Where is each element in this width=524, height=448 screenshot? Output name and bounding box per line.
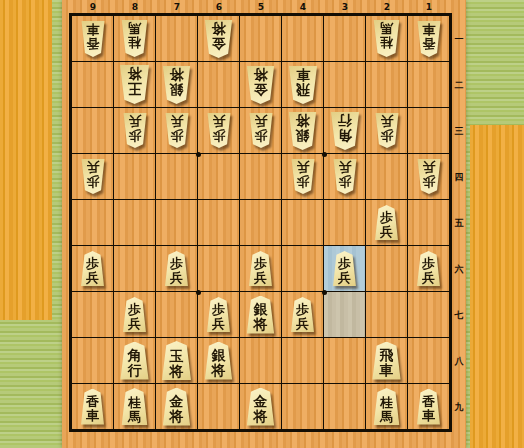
- piece-kanji-top: 金: [254, 394, 268, 409]
- piece-kanji-bottom: 将: [170, 67, 184, 82]
- piece-kanji-bottom: 将: [170, 364, 184, 379]
- piece-kanji-top: 香: [422, 395, 435, 409]
- square-3-5[interactable]: [324, 200, 365, 245]
- piece-kanji-top: 桂: [380, 35, 393, 49]
- square-9-9[interactable]: 香車: [72, 384, 113, 429]
- square-6-3[interactable]: 歩兵: [198, 108, 239, 153]
- square-1-1[interactable]: 香車: [408, 16, 449, 61]
- square-7-7[interactable]: [156, 292, 197, 337]
- piece-kanji-bottom: 兵: [86, 271, 99, 285]
- square-4-8[interactable]: [282, 338, 323, 383]
- square-5-4[interactable]: [240, 154, 281, 199]
- square-5-5[interactable]: [240, 200, 281, 245]
- piece-kanji-bottom: 馬: [128, 21, 141, 35]
- square-9-5[interactable]: [72, 200, 113, 245]
- rank-label-2: 二: [452, 62, 466, 108]
- rank-label-8: 八: [452, 338, 466, 384]
- square-2-5[interactable]: 歩兵: [366, 200, 407, 245]
- piece-gote-lance[interactable]: 香車: [416, 21, 442, 57]
- piece-sente-bishop[interactable]: 角行: [119, 342, 151, 380]
- square-5-2[interactable]: 金将: [240, 62, 281, 107]
- piece-kanji-top: 歩: [86, 257, 99, 271]
- hoshi-dot: [322, 290, 327, 295]
- piece-kanji-bottom: 将: [128, 66, 142, 81]
- piece-kanji-top: 玉: [170, 349, 184, 364]
- piece-kanji-top: 歩: [86, 174, 99, 188]
- piece-kanji-top: 歩: [254, 257, 267, 271]
- square-8-6[interactable]: [114, 246, 155, 291]
- piece-kanji-top: 桂: [128, 35, 141, 49]
- piece-kanji-top: 銀: [212, 348, 226, 363]
- rank-label-5: 五: [452, 200, 466, 246]
- square-7-1[interactable]: [156, 16, 197, 61]
- piece-kanji-bottom: 兵: [254, 114, 267, 128]
- square-7-3[interactable]: 歩兵: [156, 108, 197, 153]
- piece-kanji-bottom: 兵: [338, 160, 351, 174]
- square-8-5[interactable]: [114, 200, 155, 245]
- piece-gote-silver[interactable]: 銀将: [161, 66, 192, 104]
- square-5-8[interactable]: [240, 338, 281, 383]
- piece-kanji-top: 歩: [296, 303, 309, 317]
- piece-kanji-top: 歩: [338, 257, 351, 271]
- square-1-4[interactable]: 歩兵: [408, 154, 449, 199]
- rank-label-3: 三: [452, 108, 466, 154]
- square-1-9[interactable]: 香車: [408, 384, 449, 429]
- piece-kanji-bottom: 将: [254, 317, 268, 332]
- square-2-2[interactable]: [366, 62, 407, 107]
- square-2-6[interactable]: [366, 246, 407, 291]
- square-4-6[interactable]: [282, 246, 323, 291]
- square-3-8[interactable]: [324, 338, 365, 383]
- piece-sente-pawn[interactable]: 歩兵: [122, 297, 148, 332]
- square-1-7[interactable]: [408, 292, 449, 337]
- shogi-board-grid: 香車桂馬金将桂馬香車王将銀将金将飛車歩兵歩兵歩兵歩兵銀将角行歩兵歩兵歩兵歩兵歩兵…: [69, 13, 452, 432]
- piece-kanji-top: 金: [212, 36, 226, 51]
- piece-kanji-bottom: 馬: [380, 410, 393, 424]
- piece-kanji-top: 飛: [296, 82, 310, 97]
- piece-sente-rook[interactable]: 飛車: [371, 342, 403, 380]
- piece-kanji-bottom: 兵: [422, 160, 435, 174]
- square-6-4[interactable]: [198, 154, 239, 199]
- piece-sente-pawn[interactable]: 歩兵: [164, 251, 190, 286]
- piece-kanji-bottom: 行: [128, 363, 142, 378]
- piece-gote-pawn[interactable]: 歩兵: [164, 113, 190, 148]
- square-8-3[interactable]: 歩兵: [114, 108, 155, 153]
- piece-sente-pawn[interactable]: 歩兵: [248, 251, 274, 286]
- square-4-9[interactable]: [282, 384, 323, 429]
- square-3-1[interactable]: [324, 16, 365, 61]
- square-4-7[interactable]: 歩兵: [282, 292, 323, 337]
- piece-kanji-top: 歩: [212, 303, 225, 317]
- piece-gote-silver[interactable]: 銀将: [287, 112, 318, 150]
- piece-kanji-top: 歩: [422, 174, 435, 188]
- square-8-4[interactable]: [114, 154, 155, 199]
- square-6-2[interactable]: [198, 62, 239, 107]
- piece-kanji-bottom: 兵: [212, 114, 225, 128]
- square-7-9[interactable]: 金将: [156, 384, 197, 429]
- piece-sente-pawn[interactable]: 歩兵: [416, 251, 442, 286]
- piece-kanji-bottom: 兵: [380, 114, 393, 128]
- piece-sente-silver[interactable]: 銀将: [203, 342, 234, 380]
- square-9-7[interactable]: [72, 292, 113, 337]
- piece-kanji-bottom: 車: [422, 22, 435, 36]
- piece-gote-pawn[interactable]: 歩兵: [80, 159, 106, 194]
- square-7-8[interactable]: 玉将: [156, 338, 197, 383]
- piece-gote-pawn[interactable]: 歩兵: [206, 113, 232, 148]
- piece-kanji-bottom: 兵: [128, 317, 141, 331]
- square-2-4[interactable]: [366, 154, 407, 199]
- square-5-3[interactable]: 歩兵: [240, 108, 281, 153]
- piece-kanji-top: 歩: [254, 128, 267, 142]
- square-4-1[interactable]: [282, 16, 323, 61]
- square-3-7[interactable]: [324, 292, 365, 337]
- piece-kanji-top: 銀: [254, 302, 268, 317]
- piece-kanji-bottom: 将: [254, 67, 268, 82]
- square-8-2[interactable]: 王将: [114, 62, 155, 107]
- piece-kanji-top: 金: [170, 394, 184, 409]
- piece-sente-silver[interactable]: 銀将: [245, 296, 276, 334]
- square-1-8[interactable]: [408, 338, 449, 383]
- square-9-2[interactable]: [72, 62, 113, 107]
- square-3-6[interactable]: 歩兵: [324, 246, 365, 291]
- square-8-9[interactable]: 桂馬: [114, 384, 155, 429]
- square-9-8[interactable]: [72, 338, 113, 383]
- piece-gote-bishop[interactable]: 角行: [329, 112, 361, 150]
- square-5-9[interactable]: 金将: [240, 384, 281, 429]
- piece-kanji-top: 角: [128, 348, 142, 363]
- piece-sente-gold[interactable]: 金将: [245, 388, 276, 426]
- square-9-4[interactable]: 歩兵: [72, 154, 113, 199]
- piece-kanji-top: 桂: [128, 396, 141, 410]
- piece-sente-pawn[interactable]: 歩兵: [206, 297, 232, 332]
- square-6-7[interactable]: 歩兵: [198, 292, 239, 337]
- square-5-1[interactable]: [240, 16, 281, 61]
- piece-sente-pawn[interactable]: 歩兵: [80, 251, 106, 286]
- piece-kanji-top: 香: [86, 36, 99, 50]
- square-5-7[interactable]: 銀将: [240, 292, 281, 337]
- piece-kanji-top: 歩: [128, 128, 141, 142]
- piece-kanji-bottom: 兵: [170, 114, 183, 128]
- right-wood-panel: [470, 125, 524, 448]
- square-4-4[interactable]: 歩兵: [282, 154, 323, 199]
- piece-gote-knight[interactable]: 桂馬: [372, 20, 401, 57]
- piece-kanji-bottom: 将: [212, 21, 226, 36]
- piece-sente-pawn[interactable]: 歩兵: [332, 251, 358, 286]
- piece-gote-knight[interactable]: 桂馬: [120, 20, 149, 57]
- piece-sente-lance[interactable]: 香車: [80, 389, 106, 425]
- piece-kanji-bottom: 兵: [170, 271, 183, 285]
- piece-gote-pawn[interactable]: 歩兵: [332, 159, 358, 194]
- piece-gote-pawn[interactable]: 歩兵: [122, 113, 148, 148]
- square-6-6[interactable]: [198, 246, 239, 291]
- left-wood-panel: [0, 0, 52, 320]
- square-6-8[interactable]: 銀将: [198, 338, 239, 383]
- piece-gote-king[interactable]: 王将: [118, 65, 151, 104]
- piece-kanji-bottom: 車: [296, 67, 310, 82]
- square-9-6[interactable]: 歩兵: [72, 246, 113, 291]
- square-6-5[interactable]: [198, 200, 239, 245]
- rank-label-7: 七: [452, 292, 466, 338]
- piece-kanji-bottom: 車: [86, 22, 99, 36]
- piece-sente-pawn[interactable]: 歩兵: [290, 297, 316, 332]
- rank-label-1: 一: [452, 16, 466, 62]
- piece-gote-gold[interactable]: 金将: [245, 66, 276, 104]
- square-9-3[interactable]: [72, 108, 113, 153]
- piece-gote-rook[interactable]: 飛車: [287, 66, 319, 104]
- piece-kanji-bottom: 兵: [296, 160, 309, 174]
- rank-coordinate-labels: 一二三四五六七八九: [452, 16, 466, 430]
- piece-kanji-top: 歩: [338, 174, 351, 188]
- square-8-7[interactable]: 歩兵: [114, 292, 155, 337]
- square-8-1[interactable]: 桂馬: [114, 16, 155, 61]
- square-2-1[interactable]: 桂馬: [366, 16, 407, 61]
- hoshi-dot: [196, 152, 201, 157]
- square-7-6[interactable]: 歩兵: [156, 246, 197, 291]
- piece-sente-knight[interactable]: 桂馬: [372, 388, 401, 425]
- rank-label-9: 九: [452, 384, 466, 430]
- piece-kanji-top: 香: [422, 36, 435, 50]
- piece-kanji-top: 金: [254, 82, 268, 97]
- piece-kanji-bottom: 兵: [254, 271, 267, 285]
- square-2-3[interactable]: 歩兵: [366, 108, 407, 153]
- square-3-4[interactable]: 歩兵: [324, 154, 365, 199]
- piece-kanji-top: 歩: [296, 174, 309, 188]
- square-6-1[interactable]: 金将: [198, 16, 239, 61]
- piece-kanji-bottom: 車: [86, 409, 99, 423]
- square-5-6[interactable]: 歩兵: [240, 246, 281, 291]
- piece-kanji-bottom: 馬: [128, 410, 141, 424]
- piece-kanji-bottom: 兵: [338, 271, 351, 285]
- square-2-7[interactable]: [366, 292, 407, 337]
- square-1-6[interactable]: 歩兵: [408, 246, 449, 291]
- piece-kanji-top: 桂: [380, 396, 393, 410]
- piece-kanji-top: 王: [128, 81, 142, 96]
- square-4-3[interactable]: 銀将: [282, 108, 323, 153]
- square-1-3[interactable]: [408, 108, 449, 153]
- piece-kanji-top: 角: [338, 128, 352, 143]
- square-7-4[interactable]: [156, 154, 197, 199]
- square-3-9[interactable]: [324, 384, 365, 429]
- hoshi-dot: [322, 152, 327, 157]
- piece-kanji-top: 歩: [170, 257, 183, 271]
- square-3-2[interactable]: [324, 62, 365, 107]
- piece-sente-king[interactable]: 玉将: [160, 341, 193, 380]
- hoshi-dot: [196, 290, 201, 295]
- square-6-9[interactable]: [198, 384, 239, 429]
- piece-sente-knight[interactable]: 桂馬: [120, 388, 149, 425]
- piece-kanji-bottom: 兵: [380, 225, 393, 239]
- piece-kanji-top: 銀: [296, 128, 310, 143]
- square-2-9[interactable]: 桂馬: [366, 384, 407, 429]
- square-1-5[interactable]: [408, 200, 449, 245]
- piece-gote-pawn[interactable]: 歩兵: [248, 113, 274, 148]
- piece-kanji-bottom: 車: [422, 409, 435, 423]
- piece-kanji-bottom: 兵: [422, 271, 435, 285]
- square-9-1[interactable]: 香車: [72, 16, 113, 61]
- piece-kanji-top: 歩: [422, 257, 435, 271]
- square-4-2[interactable]: 飛車: [282, 62, 323, 107]
- piece-gote-pawn[interactable]: 歩兵: [374, 113, 400, 148]
- piece-kanji-bottom: 将: [254, 409, 268, 424]
- piece-kanji-top: 歩: [380, 128, 393, 142]
- piece-kanji-bottom: 将: [296, 113, 310, 128]
- square-8-8[interactable]: 角行: [114, 338, 155, 383]
- piece-kanji-bottom: 馬: [380, 21, 393, 35]
- piece-sente-pawn[interactable]: 歩兵: [374, 205, 400, 240]
- piece-gote-pawn[interactable]: 歩兵: [290, 159, 316, 194]
- piece-sente-gold[interactable]: 金将: [161, 388, 192, 426]
- piece-gote-pawn[interactable]: 歩兵: [416, 159, 442, 194]
- piece-kanji-bottom: 将: [212, 363, 226, 378]
- square-7-5[interactable]: [156, 200, 197, 245]
- piece-kanji-top: 銀: [170, 82, 184, 97]
- piece-kanji-top: 歩: [128, 303, 141, 317]
- piece-kanji-bottom: 兵: [86, 160, 99, 174]
- square-7-2[interactable]: 銀将: [156, 62, 197, 107]
- piece-kanji-top: 香: [86, 395, 99, 409]
- square-4-5[interactable]: [282, 200, 323, 245]
- piece-gote-gold[interactable]: 金将: [203, 20, 234, 58]
- rank-label-4: 四: [452, 154, 466, 200]
- rank-label-6: 六: [452, 246, 466, 292]
- piece-kanji-bottom: 行: [338, 113, 352, 128]
- square-2-8[interactable]: 飛車: [366, 338, 407, 383]
- square-3-3[interactable]: 角行: [324, 108, 365, 153]
- piece-gote-lance[interactable]: 香車: [80, 21, 106, 57]
- piece-kanji-bottom: 兵: [128, 114, 141, 128]
- piece-kanji-top: 歩: [170, 128, 183, 142]
- piece-kanji-bottom: 兵: [296, 317, 309, 331]
- piece-kanji-top: 飛: [380, 348, 394, 363]
- square-1-2[interactable]: [408, 62, 449, 107]
- piece-kanji-bottom: 兵: [212, 317, 225, 331]
- shogi-app-window: 987654321 一二三四五六七八九 香車桂馬金将桂馬香車王将銀将金将飛車歩兵…: [0, 0, 524, 448]
- piece-kanji-bottom: 将: [170, 409, 184, 424]
- piece-kanji-bottom: 車: [380, 363, 394, 378]
- piece-kanji-top: 歩: [212, 128, 225, 142]
- piece-sente-lance[interactable]: 香車: [416, 389, 442, 425]
- piece-kanji-top: 歩: [380, 211, 393, 225]
